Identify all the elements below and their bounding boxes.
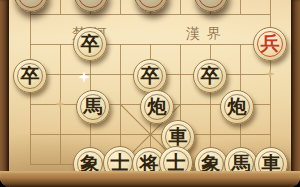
piece-glyph: 炮: [141, 91, 173, 123]
grid-line: [240, 0, 241, 14]
red-pawn[interactable]: 兵: [253, 27, 287, 61]
piece-ring-decoration: [18, 0, 44, 8]
grid-line: [120, 0, 121, 14]
black-pawn[interactable]: 卒: [193, 59, 227, 93]
grid-line: [180, 0, 181, 14]
piece-glyph: 兵: [254, 28, 286, 60]
grid-line: [60, 0, 61, 14]
piece-ring-decoration: [138, 0, 164, 8]
grid-line: [30, 14, 31, 44]
game-screen: 楚河 漢界 九八七六五四三二一 卒兵卒卒卒馬炮炮車象士将士象馬車: [0, 0, 300, 187]
piece-glyph: 卒: [74, 28, 106, 60]
black-cannon[interactable]: 炮: [140, 90, 174, 124]
piece-glyph: 卒: [14, 60, 46, 92]
piece-glyph: 炮: [221, 91, 253, 123]
black-cannon[interactable]: 炮: [220, 90, 254, 124]
grid-line: [270, 44, 271, 164]
piece-glyph: 卒: [134, 60, 166, 92]
board-frame-right: [291, 0, 300, 187]
board-frame-bottom: [0, 171, 300, 187]
black-pawn[interactable]: 卒: [133, 59, 167, 93]
piece-glyph: 卒: [194, 60, 226, 92]
piece-ring-decoration: [198, 0, 224, 8]
black-horse[interactable]: 馬: [76, 90, 110, 124]
grid-line: [270, 0, 271, 14]
piece-glyph: 馬: [77, 91, 109, 123]
board-frame-left: [0, 0, 9, 187]
river-label-han: 漢界: [186, 25, 228, 43]
black-pawn[interactable]: 卒: [73, 27, 107, 61]
black-pawn[interactable]: 卒: [13, 59, 47, 93]
grid-line: [30, 14, 270, 15]
xiangqi-board[interactable]: 楚河 漢界 九八七六五四三二一 卒兵卒卒卒馬炮炮車象士将士象馬車: [0, 0, 300, 187]
piece-ring-decoration: [78, 0, 104, 8]
